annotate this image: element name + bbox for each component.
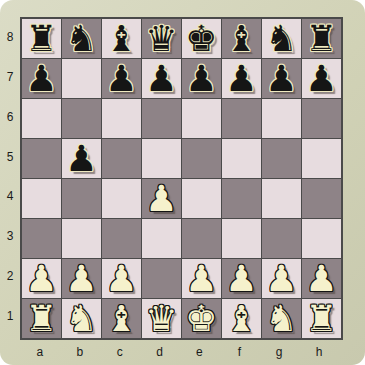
square-d5[interactable] [142, 139, 181, 178]
black-knight[interactable]: ♞ [265, 19, 297, 58]
square-e2[interactable]: ♟ [182, 259, 221, 298]
square-f4[interactable] [222, 179, 261, 218]
rank-label-4: 4 [0, 177, 20, 217]
white-bishop[interactable]: ♝ [105, 299, 137, 338]
rank-label-7: 7 [0, 57, 20, 97]
black-rook[interactable]: ♜ [25, 19, 57, 58]
white-queen[interactable]: ♛ [145, 299, 177, 338]
file-label-f: f [219, 340, 259, 363]
black-bishop[interactable]: ♝ [225, 19, 257, 58]
white-pawn[interactable]: ♟ [185, 259, 217, 298]
square-f3[interactable] [222, 219, 261, 258]
black-pawn[interactable]: ♟ [65, 139, 97, 178]
white-pawn[interactable]: ♟ [145, 179, 177, 218]
square-d1[interactable]: ♛ [142, 299, 181, 338]
rank-labels: 87654321 [0, 17, 20, 336]
square-h8[interactable]: ♜ [302, 19, 341, 58]
square-g6[interactable] [262, 99, 301, 138]
black-pawn[interactable]: ♟ [145, 59, 177, 98]
white-knight[interactable]: ♞ [265, 299, 297, 338]
square-e1[interactable]: ♚ [182, 299, 221, 338]
file-label-h: h [299, 340, 339, 363]
square-h5[interactable] [302, 139, 341, 178]
file-label-d: d [140, 340, 180, 363]
black-pawn[interactable]: ♟ [225, 59, 257, 98]
rank-label-2: 2 [0, 256, 20, 296]
white-pawn[interactable]: ♟ [65, 259, 97, 298]
black-pawn[interactable]: ♟ [265, 59, 297, 98]
square-e7[interactable]: ♟ [182, 59, 221, 98]
square-d8[interactable]: ♛ [142, 19, 181, 58]
black-pawn[interactable]: ♟ [305, 59, 337, 98]
square-g3[interactable] [262, 219, 301, 258]
white-king[interactable]: ♚ [185, 299, 217, 338]
black-rook[interactable]: ♜ [305, 19, 337, 58]
square-g1[interactable]: ♞ [262, 299, 301, 338]
square-h4[interactable] [302, 179, 341, 218]
square-f1[interactable]: ♝ [222, 299, 261, 338]
white-rook[interactable]: ♜ [305, 299, 337, 338]
square-d3[interactable] [142, 219, 181, 258]
square-e6[interactable] [182, 99, 221, 138]
square-a3[interactable] [22, 219, 61, 258]
rank-label-1: 1 [0, 296, 20, 336]
square-b4[interactable] [62, 179, 101, 218]
white-pawn[interactable]: ♟ [105, 259, 137, 298]
rank-label-3: 3 [0, 216, 20, 256]
square-f7[interactable]: ♟ [222, 59, 261, 98]
square-b6[interactable] [62, 99, 101, 138]
white-pawn[interactable]: ♟ [305, 259, 337, 298]
square-f6[interactable] [222, 99, 261, 138]
square-f5[interactable] [222, 139, 261, 178]
square-c5[interactable] [102, 139, 141, 178]
square-b7[interactable] [62, 59, 101, 98]
square-a5[interactable] [22, 139, 61, 178]
square-a4[interactable] [22, 179, 61, 218]
square-f8[interactable]: ♝ [222, 19, 261, 58]
square-e5[interactable] [182, 139, 221, 178]
square-c7[interactable]: ♟ [102, 59, 141, 98]
black-pawn[interactable]: ♟ [105, 59, 137, 98]
file-label-a: a [20, 340, 60, 363]
black-bishop[interactable]: ♝ [105, 19, 137, 58]
square-g8[interactable]: ♞ [262, 19, 301, 58]
square-a2[interactable]: ♟ [22, 259, 61, 298]
white-knight[interactable]: ♞ [65, 299, 97, 338]
square-g4[interactable] [262, 179, 301, 218]
square-b1[interactable]: ♞ [62, 299, 101, 338]
square-g7[interactable]: ♟ [262, 59, 301, 98]
square-c1[interactable]: ♝ [102, 299, 141, 338]
rank-label-8: 8 [0, 17, 20, 57]
square-h6[interactable] [302, 99, 341, 138]
square-e3[interactable] [182, 219, 221, 258]
square-h2[interactable]: ♟ [302, 259, 341, 298]
square-c2[interactable]: ♟ [102, 259, 141, 298]
white-pawn[interactable]: ♟ [225, 259, 257, 298]
square-c8[interactable]: ♝ [102, 19, 141, 58]
square-b5[interactable]: ♟ [62, 139, 101, 178]
square-b2[interactable]: ♟ [62, 259, 101, 298]
square-d7[interactable]: ♟ [142, 59, 181, 98]
square-g5[interactable] [262, 139, 301, 178]
board-frame: 87654321 abcdefgh ♜♞♝♛♚♝♞♜♟♟♟♟♟♟♟♟♟♟♟♟♟♟… [0, 0, 365, 365]
file-label-g: g [259, 340, 299, 363]
white-pawn[interactable]: ♟ [25, 259, 57, 298]
square-g2[interactable]: ♟ [262, 259, 301, 298]
square-b8[interactable]: ♞ [62, 19, 101, 58]
square-d4[interactable]: ♟ [142, 179, 181, 218]
square-a7[interactable]: ♟ [22, 59, 61, 98]
black-knight[interactable]: ♞ [65, 19, 97, 58]
rank-label-6: 6 [0, 97, 20, 137]
white-pawn[interactable]: ♟ [265, 259, 297, 298]
black-queen[interactable]: ♛ [145, 19, 177, 58]
square-d2[interactable] [142, 259, 181, 298]
square-d6[interactable] [142, 99, 181, 138]
file-labels: abcdefgh [20, 340, 339, 363]
square-h7[interactable]: ♟ [302, 59, 341, 98]
square-h1[interactable]: ♜ [302, 299, 341, 338]
black-pawn[interactable]: ♟ [185, 59, 217, 98]
square-f2[interactable]: ♟ [222, 259, 261, 298]
black-pawn[interactable]: ♟ [25, 59, 57, 98]
square-c6[interactable] [102, 99, 141, 138]
square-e8[interactable]: ♚ [182, 19, 221, 58]
square-c3[interactable] [102, 219, 141, 258]
rank-label-5: 5 [0, 137, 20, 177]
square-e4[interactable] [182, 179, 221, 218]
square-a1[interactable]: ♜ [22, 299, 61, 338]
chess-board: ♜♞♝♛♚♝♞♜♟♟♟♟♟♟♟♟♟♟♟♟♟♟♟♟♜♞♝♛♚♝♞♜ [20, 17, 343, 340]
square-a8[interactable]: ♜ [22, 19, 61, 58]
square-c4[interactable] [102, 179, 141, 218]
square-h3[interactable] [302, 219, 341, 258]
file-label-c: c [100, 340, 140, 363]
square-a6[interactable] [22, 99, 61, 138]
file-label-b: b [60, 340, 100, 363]
white-rook[interactable]: ♜ [25, 299, 57, 338]
black-king[interactable]: ♚ [185, 19, 217, 58]
file-label-e: e [180, 340, 220, 363]
square-b3[interactable] [62, 219, 101, 258]
white-bishop[interactable]: ♝ [225, 299, 257, 338]
